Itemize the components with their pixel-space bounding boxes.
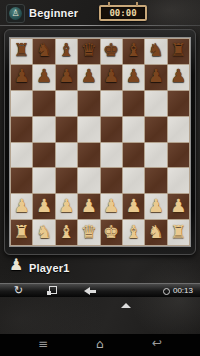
square-e8[interactable]: ♚ — [101, 39, 122, 64]
player-bar: ♟ Player1 00:13 — [0, 255, 200, 283]
menu-icon[interactable]: ≡ — [38, 337, 48, 351]
square-h1[interactable]: ♜ — [168, 220, 189, 245]
square-f5[interactable] — [123, 117, 144, 142]
square-f3[interactable] — [123, 168, 144, 193]
white-pawn[interactable]: ♟ — [14, 197, 30, 215]
square-c4[interactable] — [56, 143, 77, 168]
alarm-icon — [163, 288, 170, 295]
square-h8[interactable]: ♜ — [168, 39, 189, 64]
clock-pin — [136, 2, 138, 6]
square-b2[interactable]: ♟ — [33, 194, 54, 219]
square-a3[interactable] — [11, 168, 32, 193]
square-g7[interactable]: ♟ — [145, 65, 166, 90]
square-g1[interactable]: ♞ — [145, 220, 166, 245]
black-pawn[interactable]: ♟ — [81, 67, 97, 85]
white-pawn[interactable]: ♟ — [81, 197, 97, 215]
square-e1[interactable]: ♚ — [101, 220, 122, 245]
square-g4[interactable] — [145, 143, 166, 168]
square-a1[interactable]: ♜ — [11, 220, 32, 245]
square-f2[interactable]: ♟ — [123, 194, 144, 219]
difficulty-label: Beginner — [29, 7, 78, 19]
white-pawn[interactable]: ♟ — [36, 197, 52, 215]
square-a2[interactable]: ♟ — [11, 194, 32, 219]
square-c3[interactable] — [56, 168, 77, 193]
black-pawn[interactable]: ♟ — [14, 67, 30, 85]
device-nav-bar: ≡ ⌂ ↩ — [0, 334, 200, 356]
square-b3[interactable] — [33, 168, 54, 193]
square-f4[interactable] — [123, 143, 144, 168]
chess-board[interactable]: ♜♞♝♛♚♝♞♜♟♟♟♟♟♟♟♟♟♟♟♟♟♟♟♟♜♞♝♛♚♝♞♜ — [9, 37, 191, 247]
white-bishop[interactable]: ♝ — [58, 223, 74, 241]
white-rook[interactable]: ♜ — [14, 223, 30, 241]
square-f1[interactable]: ♝ — [123, 220, 144, 245]
white-pawn[interactable]: ♟ — [148, 197, 164, 215]
square-b5[interactable] — [33, 117, 54, 142]
square-c1[interactable]: ♝ — [56, 220, 77, 245]
black-queen[interactable]: ♛ — [81, 41, 97, 59]
square-f7[interactable]: ♟ — [123, 65, 144, 90]
player-name: Player1 — [29, 262, 70, 274]
black-pawn[interactable]: ♟ — [58, 67, 74, 85]
black-pawn[interactable]: ♟ — [148, 67, 164, 85]
white-knight[interactable]: ♞ — [148, 223, 164, 241]
return-arrow-icon[interactable]: ↩ — [152, 336, 162, 350]
square-d4[interactable] — [78, 143, 99, 168]
black-pawn[interactable]: ♟ — [36, 67, 52, 85]
square-a4[interactable] — [11, 143, 32, 168]
square-c8[interactable]: ♝ — [56, 39, 77, 64]
black-king[interactable]: ♚ — [103, 41, 119, 59]
opponent-avatar[interactable]: ♙ — [6, 4, 25, 23]
pawn-avatar-icon: ♙ — [9, 7, 22, 20]
square-c7[interactable]: ♟ — [56, 65, 77, 90]
black-bishop[interactable]: ♝ — [125, 41, 141, 59]
square-g6[interactable] — [145, 91, 166, 116]
black-rook[interactable]: ♜ — [14, 41, 30, 59]
white-king[interactable]: ♚ — [103, 223, 119, 241]
square-e3[interactable] — [101, 168, 122, 193]
white-pawn-icon: ♟ — [9, 257, 23, 273]
square-h2[interactable]: ♟ — [168, 194, 189, 219]
white-pawn[interactable]: ♟ — [125, 197, 141, 215]
square-d5[interactable] — [78, 117, 99, 142]
square-f6[interactable] — [123, 91, 144, 116]
square-b4[interactable] — [33, 143, 54, 168]
top-separator — [0, 25, 200, 26]
square-a6[interactable] — [11, 91, 32, 116]
square-g8[interactable]: ♞ — [145, 39, 166, 64]
black-pawn[interactable]: ♟ — [103, 67, 119, 85]
square-b1[interactable]: ♞ — [33, 220, 54, 245]
home-icon[interactable] — [121, 286, 132, 304]
square-h4[interactable] — [168, 143, 189, 168]
square-d1[interactable]: ♛ — [78, 220, 99, 245]
back-arrow-icon[interactable] — [84, 287, 96, 295]
square-d8[interactable]: ♛ — [78, 39, 99, 64]
square-g5[interactable] — [145, 117, 166, 142]
home-outline-icon[interactable]: ⌂ — [96, 337, 104, 351]
square-e7[interactable]: ♟ — [101, 65, 122, 90]
black-knight[interactable]: ♞ — [36, 41, 52, 59]
rotate-icon[interactable]: ↻ — [14, 284, 23, 297]
black-knight[interactable]: ♞ — [148, 41, 164, 59]
board-frame: ♜♞♝♛♚♝♞♜♟♟♟♟♟♟♟♟♟♟♟♟♟♟♟♟♜♞♝♛♚♝♞♜ — [4, 29, 196, 255]
square-e2[interactable]: ♟ — [101, 194, 122, 219]
square-a8[interactable]: ♜ — [11, 39, 32, 64]
square-a5[interactable] — [11, 117, 32, 142]
white-pawn[interactable]: ♟ — [58, 197, 74, 215]
square-e4[interactable] — [101, 143, 122, 168]
square-d3[interactable] — [78, 168, 99, 193]
recent-apps-icon[interactable] — [47, 286, 57, 295]
white-pawn[interactable]: ♟ — [103, 197, 119, 215]
white-pawn[interactable]: ♟ — [170, 197, 186, 215]
black-pawn[interactable]: ♟ — [170, 67, 186, 85]
white-queen[interactable]: ♛ — [81, 223, 97, 241]
white-bishop[interactable]: ♝ — [125, 223, 141, 241]
status-time-value: 00:13 — [173, 286, 193, 296]
square-f8[interactable]: ♝ — [123, 39, 144, 64]
clock-pin — [108, 2, 110, 6]
opponent-clock: 00:00 — [99, 5, 147, 21]
white-rook[interactable]: ♜ — [170, 223, 186, 241]
top-bar: ♙ Beginner 00:00 — [0, 0, 200, 26]
black-pawn[interactable]: ♟ — [125, 67, 141, 85]
black-bishop[interactable]: ♝ — [58, 41, 74, 59]
black-rook[interactable]: ♜ — [170, 41, 186, 59]
app-nav-bar: ↻ 00:13 — [0, 283, 200, 297]
square-h3[interactable] — [168, 168, 189, 193]
square-h6[interactable] — [168, 91, 189, 116]
square-d2[interactable]: ♟ — [78, 194, 99, 219]
square-d7[interactable]: ♟ — [78, 65, 99, 90]
square-b6[interactable] — [33, 91, 54, 116]
square-c5[interactable] — [56, 117, 77, 142]
square-b7[interactable]: ♟ — [33, 65, 54, 90]
square-e5[interactable] — [101, 117, 122, 142]
square-e6[interactable] — [101, 91, 122, 116]
white-knight[interactable]: ♞ — [36, 223, 52, 241]
square-h7[interactable]: ♟ — [168, 65, 189, 90]
square-h5[interactable] — [168, 117, 189, 142]
square-d6[interactable] — [78, 91, 99, 116]
status-time: 00:13 — [163, 286, 193, 296]
square-c2[interactable]: ♟ — [56, 194, 77, 219]
square-g2[interactable]: ♟ — [145, 194, 166, 219]
square-c6[interactable] — [56, 91, 77, 116]
square-g3[interactable] — [145, 168, 166, 193]
opponent-clock-value: 00:00 — [109, 8, 136, 18]
square-a7[interactable]: ♟ — [11, 65, 32, 90]
square-b8[interactable]: ♞ — [33, 39, 54, 64]
